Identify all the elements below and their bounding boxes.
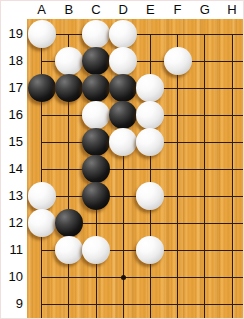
intersection-e9[interactable]	[137, 291, 164, 318]
intersection-grid	[28, 21, 244, 318]
intersection-d19[interactable]	[110, 21, 137, 48]
white-stone-c16	[82, 101, 110, 129]
intersection-c12[interactable]	[82, 210, 109, 237]
white-stone-e16	[136, 101, 164, 129]
intersection-d13[interactable]	[110, 183, 137, 210]
intersection-d11[interactable]	[110, 237, 137, 264]
row-label-16: 16	[1, 107, 23, 123]
row-label-9: 9	[1, 296, 23, 312]
intersection-g18[interactable]	[191, 48, 218, 75]
intersection-g12[interactable]	[191, 210, 218, 237]
intersection-e10[interactable]	[137, 264, 164, 291]
intersection-a18[interactable]	[28, 48, 55, 75]
intersection-a11[interactable]	[28, 237, 55, 264]
column-label-g: G	[195, 2, 215, 17]
intersection-e14[interactable]	[137, 156, 164, 183]
intersection-d16[interactable]	[110, 102, 137, 129]
intersection-e18[interactable]	[137, 48, 164, 75]
intersection-g19[interactable]	[191, 21, 218, 48]
intersection-e16[interactable]	[137, 102, 164, 129]
intersection-b17[interactable]	[55, 75, 82, 102]
intersection-c19[interactable]	[82, 21, 109, 48]
white-stone-e15	[136, 128, 164, 156]
black-stone-c13	[82, 182, 110, 210]
white-stone-b18	[55, 47, 83, 75]
white-stone-e17	[136, 74, 164, 102]
white-stone-b11	[55, 236, 83, 264]
intersection-f10[interactable]	[164, 264, 191, 291]
intersection-g11[interactable]	[191, 237, 218, 264]
intersection-g10[interactable]	[191, 264, 218, 291]
intersection-e12[interactable]	[137, 210, 164, 237]
intersection-g9[interactable]	[191, 291, 218, 318]
row-label-13: 13	[1, 188, 23, 204]
black-stone-c17	[82, 74, 110, 102]
intersection-e11[interactable]	[137, 237, 164, 264]
white-stone-f18	[164, 47, 192, 75]
white-stone-e11	[136, 236, 164, 264]
intersection-g15[interactable]	[191, 129, 218, 156]
go-board	[27, 19, 244, 319]
intersection-f17[interactable]	[164, 75, 191, 102]
intersection-h10[interactable]	[218, 264, 244, 291]
intersection-c16[interactable]	[82, 102, 109, 129]
intersection-e17[interactable]	[137, 75, 164, 102]
row-label-14: 14	[1, 161, 23, 177]
row-label-11: 11	[1, 242, 23, 258]
intersection-h19[interactable]	[218, 21, 244, 48]
intersection-c14[interactable]	[82, 156, 109, 183]
row-label-18: 18	[1, 53, 23, 69]
column-label-b: B	[59, 2, 79, 17]
intersection-b11[interactable]	[55, 237, 82, 264]
intersection-h15[interactable]	[218, 129, 244, 156]
intersection-c17[interactable]	[82, 75, 109, 102]
row-label-10: 10	[1, 269, 23, 285]
column-label-f: F	[168, 2, 188, 17]
intersection-a15[interactable]	[28, 129, 55, 156]
intersection-c15[interactable]	[82, 129, 109, 156]
intersection-g13[interactable]	[191, 183, 218, 210]
white-stone-e13	[136, 182, 164, 210]
column-label-h: H	[222, 2, 242, 17]
intersection-c9[interactable]	[82, 291, 109, 318]
intersection-f16[interactable]	[164, 102, 191, 129]
intersection-g14[interactable]	[191, 156, 218, 183]
black-stone-d16	[109, 101, 137, 129]
intersection-h14[interactable]	[218, 156, 244, 183]
intersection-b18[interactable]	[55, 48, 82, 75]
row-label-15: 15	[1, 134, 23, 150]
intersection-h11[interactable]	[218, 237, 244, 264]
intersection-a10[interactable]	[28, 264, 55, 291]
intersection-h17[interactable]	[218, 75, 244, 102]
intersection-f11[interactable]	[164, 237, 191, 264]
intersection-c18[interactable]	[82, 48, 109, 75]
intersection-h12[interactable]	[218, 210, 244, 237]
intersection-a9[interactable]	[28, 291, 55, 318]
intersection-f13[interactable]	[164, 183, 191, 210]
black-stone-d17	[109, 74, 137, 102]
intersection-c11[interactable]	[82, 237, 109, 264]
column-label-d: D	[113, 2, 133, 17]
intersection-a14[interactable]	[28, 156, 55, 183]
row-label-12: 12	[1, 215, 23, 231]
white-stone-d15	[109, 128, 137, 156]
intersection-b12[interactable]	[55, 210, 82, 237]
intersection-a12[interactable]	[28, 210, 55, 237]
intersection-e19[interactable]	[137, 21, 164, 48]
black-stone-c15	[82, 128, 110, 156]
column-label-a: A	[32, 2, 52, 17]
white-stone-c19	[82, 20, 110, 48]
black-stone-c18	[82, 47, 110, 75]
intersection-f15[interactable]	[164, 129, 191, 156]
intersection-h9[interactable]	[218, 291, 244, 318]
white-stone-a13	[28, 182, 56, 210]
intersection-d15[interactable]	[110, 129, 137, 156]
intersection-d17[interactable]	[110, 75, 137, 102]
intersection-d12[interactable]	[110, 210, 137, 237]
intersection-c13[interactable]	[82, 183, 109, 210]
column-label-c: C	[86, 2, 106, 17]
intersection-e13[interactable]	[137, 183, 164, 210]
white-stone-a19	[28, 20, 56, 48]
intersection-a19[interactable]	[28, 21, 55, 48]
intersection-h13[interactable]	[218, 183, 244, 210]
black-stone-b17	[55, 74, 83, 102]
white-stone-c11	[82, 236, 110, 264]
intersection-b19[interactable]	[55, 21, 82, 48]
intersection-e15[interactable]	[137, 129, 164, 156]
intersection-c10[interactable]	[82, 264, 109, 291]
intersection-f18[interactable]	[164, 48, 191, 75]
intersection-b16[interactable]	[55, 102, 82, 129]
intersection-b14[interactable]	[55, 156, 82, 183]
intersection-h16[interactable]	[218, 102, 244, 129]
intersection-b9[interactable]	[55, 291, 82, 318]
black-stone-b12	[55, 209, 83, 237]
intersection-b13[interactable]	[55, 183, 82, 210]
black-stone-c14	[82, 155, 110, 183]
intersection-f14[interactable]	[164, 156, 191, 183]
white-stone-a12	[28, 209, 56, 237]
intersection-a13[interactable]	[28, 183, 55, 210]
intersection-d9[interactable]	[110, 291, 137, 318]
intersection-f9[interactable]	[164, 291, 191, 318]
go-board-screenshot: ABCDEFGH 191817161514131211109	[0, 0, 244, 319]
intersection-d14[interactable]	[110, 156, 137, 183]
intersection-d10[interactable]	[110, 264, 137, 291]
intersection-f19[interactable]	[164, 21, 191, 48]
column-label-e: E	[140, 2, 160, 17]
intersection-b15[interactable]	[55, 129, 82, 156]
intersection-d18[interactable]	[110, 48, 137, 75]
white-stone-d18	[109, 47, 137, 75]
intersection-h18[interactable]	[218, 48, 244, 75]
intersection-g17[interactable]	[191, 75, 218, 102]
white-stone-d19	[109, 20, 137, 48]
row-label-17: 17	[1, 80, 23, 96]
intersection-g16[interactable]	[191, 102, 218, 129]
row-label-19: 19	[1, 26, 23, 42]
intersection-a17[interactable]	[28, 75, 55, 102]
intersection-f12[interactable]	[164, 210, 191, 237]
black-stone-a17	[28, 74, 56, 102]
intersection-b10[interactable]	[55, 264, 82, 291]
intersection-a16[interactable]	[28, 102, 55, 129]
